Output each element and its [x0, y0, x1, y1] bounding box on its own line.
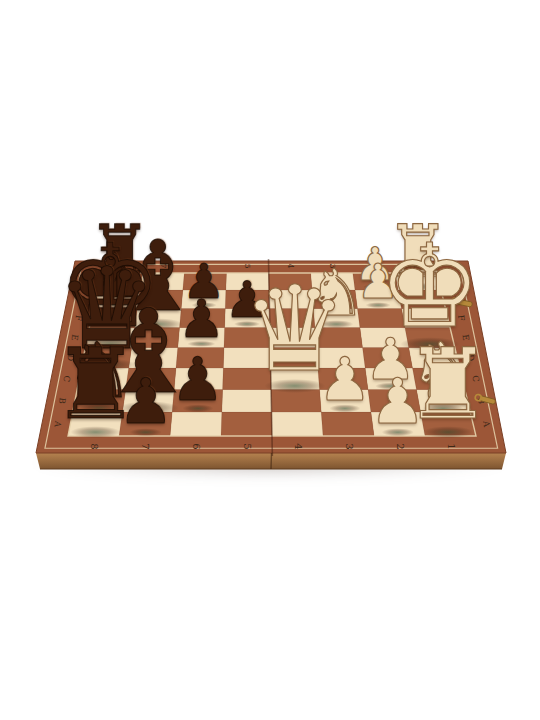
square-h4 — [269, 273, 312, 290]
coord-right-E: E — [461, 334, 472, 341]
square-c6 — [174, 368, 223, 390]
square-a6 — [170, 412, 222, 436]
square-h6 — [183, 273, 227, 290]
square-c7 — [126, 368, 176, 390]
square-g4 — [269, 290, 313, 309]
square-d3 — [316, 348, 365, 369]
coord-back-3: 3 — [328, 263, 337, 268]
square-a2 — [371, 412, 425, 436]
square-d1 — [409, 348, 460, 369]
square-b6 — [172, 390, 222, 413]
square-c1 — [412, 368, 464, 390]
fold-seam-side — [271, 453, 272, 469]
coord-back-2: 2 — [370, 263, 379, 268]
square-b4 — [271, 390, 321, 413]
square-f7 — [134, 309, 181, 328]
square-d6 — [176, 348, 224, 369]
coord-back-6: 6 — [201, 263, 210, 268]
square-e2 — [360, 328, 409, 348]
coord-front-1: 1 — [446, 443, 457, 449]
square-b3 — [319, 390, 370, 413]
square-g8 — [93, 290, 140, 309]
coord-front-6: 6 — [191, 443, 202, 449]
coord-left-G: G — [77, 295, 88, 303]
square-e1 — [405, 328, 455, 348]
square-c5 — [223, 368, 271, 390]
square-f1 — [401, 309, 450, 328]
coord-left-B: B — [57, 397, 68, 404]
coord-right-D: D — [465, 354, 476, 362]
square-g7 — [137, 290, 183, 309]
square-e3 — [315, 328, 363, 348]
square-b5 — [222, 390, 272, 413]
coord-back-5: 5 — [243, 263, 252, 268]
square-h2 — [353, 273, 398, 290]
coord-front-2: 2 — [395, 443, 406, 449]
square-h5 — [226, 273, 269, 290]
coord-front-5: 5 — [242, 443, 253, 449]
coord-front-7: 7 — [140, 443, 151, 449]
square-g2 — [355, 290, 401, 309]
square-a3 — [321, 412, 374, 436]
square-g6 — [181, 290, 226, 309]
square-h1 — [395, 273, 441, 290]
square-f2 — [357, 309, 405, 328]
square-a4 — [271, 412, 323, 436]
coord-back-4: 4 — [286, 263, 295, 268]
square-b8 — [73, 390, 126, 413]
square-e7 — [132, 328, 180, 348]
coord-back-1: 1 — [412, 263, 421, 268]
square-c8 — [77, 368, 129, 390]
square-a8 — [68, 412, 122, 436]
coord-back-7: 7 — [159, 263, 168, 268]
square-c3 — [318, 368, 368, 390]
chess-board: 8765432187654321ABCDEFGHABCDEFGH — [0, 0, 540, 720]
coord-right-C: C — [470, 375, 481, 383]
square-e5 — [224, 328, 270, 348]
square-a7 — [119, 412, 172, 436]
square-e4 — [270, 328, 317, 348]
coord-left-C: C — [61, 375, 72, 383]
coord-right-H: H — [447, 277, 458, 286]
coord-front-4: 4 — [293, 443, 304, 449]
product-photo-scene: 8765432187654321ABCDEFGHABCDEFGH ♜♟♜♞♟♟♝… — [0, 0, 540, 720]
coord-left-E: E — [69, 334, 80, 341]
square-g5 — [225, 290, 269, 309]
coord-left-D: D — [65, 354, 76, 362]
square-h3 — [311, 273, 355, 290]
square-a5 — [221, 412, 272, 436]
square-e6 — [178, 328, 225, 348]
square-b7 — [122, 390, 174, 413]
square-a1 — [421, 412, 476, 436]
square-e8 — [85, 328, 134, 348]
square-d2 — [362, 348, 412, 369]
square-b1 — [416, 390, 470, 413]
square-f3 — [313, 309, 360, 328]
square-c2 — [365, 368, 416, 390]
square-b2 — [368, 390, 421, 413]
square-d7 — [129, 348, 178, 369]
square-h7 — [140, 273, 185, 290]
coord-front-8: 8 — [89, 443, 100, 449]
square-f6 — [179, 309, 225, 328]
square-d8 — [81, 348, 131, 369]
square-d4 — [270, 348, 318, 369]
square-g1 — [398, 290, 445, 309]
coord-front-3: 3 — [344, 443, 355, 449]
square-f8 — [89, 309, 137, 328]
square-f5 — [225, 309, 270, 328]
square-d5 — [223, 348, 270, 369]
coord-left-H: H — [80, 277, 91, 286]
square-g3 — [312, 290, 357, 309]
square-f4 — [269, 309, 315, 328]
square-c4 — [271, 368, 320, 390]
square-h8 — [97, 273, 142, 290]
coord-back-8: 8 — [117, 263, 126, 268]
